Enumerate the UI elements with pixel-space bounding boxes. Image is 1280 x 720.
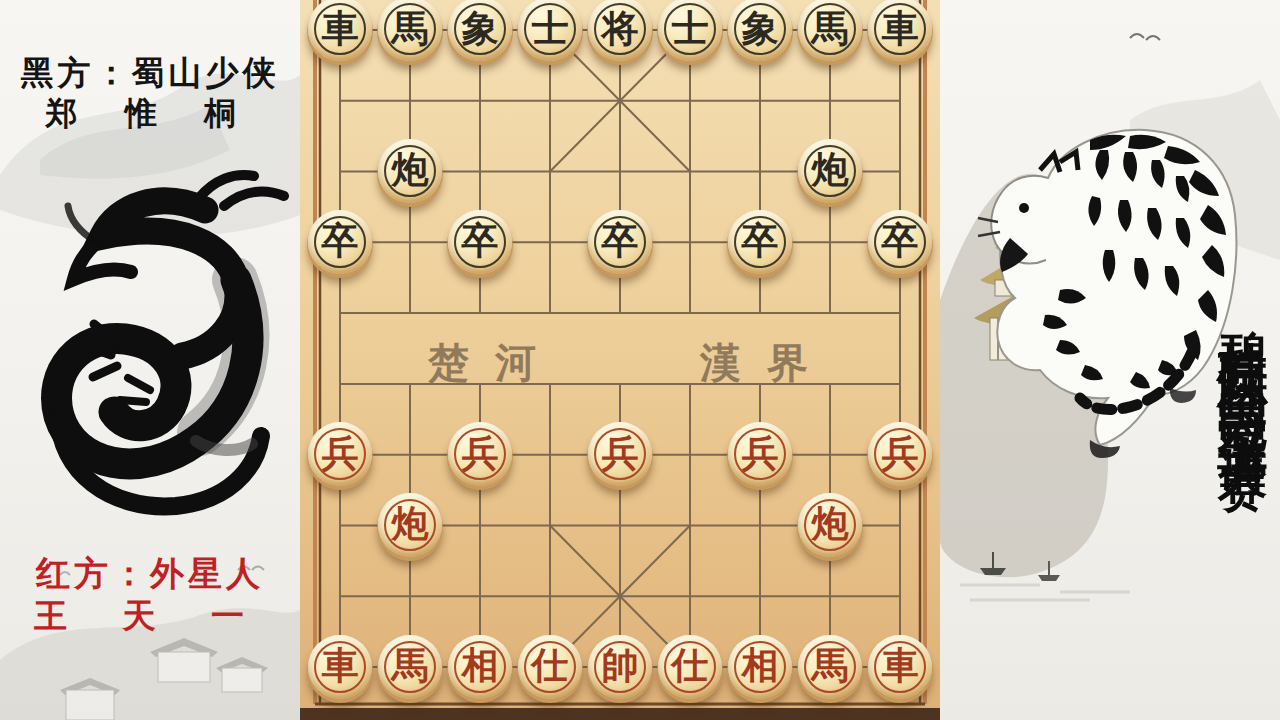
piece-glyph: 炮: [812, 151, 849, 188]
xiangqi-piece-red[interactable]: 兵: [308, 422, 372, 486]
xiangqi-piece-black[interactable]: 象: [728, 0, 792, 61]
piece-glyph: 兵: [322, 435, 359, 472]
piece-glyph: 士: [532, 10, 569, 47]
piece-glyph: 相: [742, 647, 779, 684]
xiangqi-piece-black[interactable]: 車: [308, 0, 372, 61]
black-player-name: 郑 惟 桐: [0, 93, 300, 133]
piece-glyph: 卒: [462, 222, 499, 259]
red-player-caption: 红方：外星人 王 天 一: [0, 552, 300, 636]
black-side-label: 黑方：蜀山少侠: [0, 52, 300, 93]
xiangqi-piece-black[interactable]: 士: [658, 0, 722, 61]
piece-glyph: 炮: [392, 505, 429, 542]
xiangqi-piece-black[interactable]: 卒: [588, 210, 652, 274]
black-player-caption: 黑方：蜀山少侠 郑 惟 桐: [0, 52, 300, 133]
piece-glyph: 卒: [602, 222, 639, 259]
xiangqi-piece-black[interactable]: 卒: [308, 210, 372, 274]
xiangqi-piece-black[interactable]: 炮: [378, 139, 442, 203]
piece-glyph: 馬: [812, 647, 849, 684]
xiangqi-piece-black[interactable]: 車: [868, 0, 932, 61]
piece-glyph: 卒: [322, 222, 359, 259]
xiangqi-piece-red[interactable]: 兵: [448, 422, 512, 486]
piece-glyph: 将: [602, 10, 639, 47]
broadcast-screen: 黑方：蜀山少侠 郑 惟 桐 红方：外星人 王 天 一: [0, 0, 1280, 720]
piece-glyph: 兵: [882, 435, 919, 472]
piece-glyph: 象: [742, 10, 779, 47]
xiangqi-piece-red[interactable]: 車: [868, 635, 932, 699]
piece-glyph: 仕: [532, 647, 569, 684]
xiangqi-piece-black[interactable]: 将: [588, 0, 652, 61]
xiangqi-piece-red[interactable]: 兵: [728, 422, 792, 486]
right-event-panel: 碧桂园杯全国冠军邀请赛: [940, 0, 1280, 720]
xiangqi-piece-black[interactable]: 卒: [728, 210, 792, 274]
piece-glyph: 兵: [462, 435, 499, 472]
xiangqi-piece-red[interactable]: 兵: [868, 422, 932, 486]
xiangqi-piece-black[interactable]: 卒: [868, 210, 932, 274]
red-player-name: 王 天 一: [0, 595, 300, 636]
piece-glyph: 象: [462, 10, 499, 47]
piece-glyph: 車: [882, 647, 919, 684]
piece-glyph: 帥: [602, 647, 639, 684]
red-side-label: 红方：外星人: [0, 552, 300, 595]
piece-glyph: 兵: [602, 435, 639, 472]
left-player-panel: 黑方：蜀山少侠 郑 惟 桐 红方：外星人 王 天 一: [0, 0, 300, 720]
xiangqi-piece-red[interactable]: 馬: [798, 635, 862, 699]
piece-glyph: 車: [322, 647, 359, 684]
piece-glyph: 士: [672, 10, 709, 47]
piece-glyph: 仕: [672, 647, 709, 684]
xiangqi-piece-black[interactable]: 象: [448, 0, 512, 61]
xiangqi-piece-red[interactable]: 馬: [378, 635, 442, 699]
xiangqi-piece-red[interactable]: 兵: [588, 422, 652, 486]
xiangqi-piece-red[interactable]: 仕: [658, 635, 722, 699]
piece-glyph: 馬: [812, 10, 849, 47]
pieces-layer: 車馬象士将士象馬車炮炮卒卒卒卒卒兵兵兵兵兵炮炮車馬相仕帥仕相馬車: [305, 0, 935, 702]
piece-glyph: 車: [322, 10, 359, 47]
xiangqi-piece-red[interactable]: 車: [308, 635, 372, 699]
event-title-vertical: 碧桂园杯全国冠军邀请赛: [1212, 4, 1274, 716]
xiangqi-piece-red[interactable]: 炮: [378, 493, 442, 557]
piece-glyph: 炮: [812, 505, 849, 542]
xiangqi-piece-red[interactable]: 炮: [798, 493, 862, 557]
piece-glyph: 卒: [742, 222, 779, 259]
piece-glyph: 馬: [392, 647, 429, 684]
piece-glyph: 馬: [392, 10, 429, 47]
piece-glyph: 車: [882, 10, 919, 47]
xiangqi-piece-black[interactable]: 馬: [378, 0, 442, 61]
xiangqi-piece-black[interactable]: 炮: [798, 139, 862, 203]
birds-icon: [1130, 34, 1160, 40]
xiangqi-piece-red[interactable]: 相: [448, 635, 512, 699]
xiangqi-board[interactable]: 楚河 漢界 車馬象士将士象馬車炮炮卒卒卒卒卒兵兵兵兵兵炮炮車馬相仕帥仕相馬車: [300, 0, 940, 720]
xiangqi-piece-red[interactable]: 相: [728, 635, 792, 699]
piece-glyph: 炮: [392, 151, 429, 188]
piece-glyph: 兵: [742, 435, 779, 472]
xiangqi-piece-black[interactable]: 卒: [448, 210, 512, 274]
xiangqi-piece-black[interactable]: 馬: [798, 0, 862, 61]
piece-glyph: 卒: [882, 222, 919, 259]
xiangqi-piece-red[interactable]: 仕: [518, 635, 582, 699]
xiangqi-piece-black[interactable]: 士: [518, 0, 582, 61]
xiangqi-piece-red[interactable]: 帥: [588, 635, 652, 699]
piece-glyph: 相: [462, 647, 499, 684]
ink-dragon-art: [0, 150, 300, 550]
